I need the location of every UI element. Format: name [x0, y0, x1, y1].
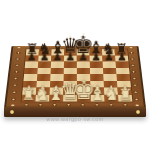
square-c4 — [50, 74, 63, 81]
square-a3 — [23, 81, 37, 88]
watermark-text: www.wargpo-sw.com — [0, 116, 150, 122]
square-g3 — [104, 81, 118, 88]
square-d1: ♛ — [63, 95, 77, 102]
chess-board: ♜♞♝♛♚♝♞♜♟♟♟♟♟♟♟♟♟♟♟♟♟♟♟♟♜♞♝♛♚♝♞♜ — [4, 46, 146, 108]
square-e3 — [77, 81, 91, 88]
square-f1: ♝ — [91, 95, 105, 102]
square-f2: ♟ — [90, 88, 104, 95]
square-b2: ♟ — [36, 88, 50, 95]
chess-set: ♜♞♝♛♚♝♞♜♟♟♟♟♟♟♟♟♟♟♟♟♟♟♟♟♜♞♝♛♚♝♞♜ — [4, 0, 146, 108]
piece-black-rook: ♜ — [115, 42, 128, 57]
frame-ornaments-left — [10, 50, 22, 102]
corner-rosette-icon — [129, 47, 134, 49]
piece-white-rook: ♜ — [21, 87, 35, 103]
square-b4 — [37, 74, 51, 81]
square-a2: ♟ — [22, 88, 36, 95]
square-b3 — [36, 81, 50, 88]
square-c2: ♟ — [50, 88, 64, 95]
square-h1: ♜ — [118, 95, 132, 102]
square-f4 — [90, 74, 104, 81]
square-g4 — [103, 74, 117, 81]
square-a4 — [24, 74, 38, 81]
square-f3 — [90, 81, 104, 88]
board-grid: ♜♞♝♛♚♝♞♜♟♟♟♟♟♟♟♟♟♟♟♟♟♟♟♟♜♞♝♛♚♝♞♜ — [21, 49, 134, 102]
piece-black-rook: ♜ — [26, 42, 39, 57]
square-d3 — [63, 81, 77, 88]
brass-clasp-left-icon — [10, 110, 14, 114]
square-c3 — [50, 81, 64, 88]
square-d2: ♟ — [63, 88, 77, 95]
square-e1: ♚ — [77, 95, 91, 102]
square-c1: ♝ — [49, 95, 63, 102]
square-g2: ♟ — [104, 88, 118, 95]
photo-background: ♜♞♝♛♚♝♞♜♟♟♟♟♟♟♟♟♟♟♟♟♟♟♟♟♜♞♝♛♚♝♞♜ www.war… — [0, 0, 150, 150]
brass-clasp-right-icon — [136, 110, 140, 114]
piece-black-knight: ♞ — [38, 41, 52, 56]
square-h2: ♟ — [117, 88, 131, 95]
square-d4 — [64, 74, 77, 81]
square-h3 — [117, 81, 131, 88]
piece-white-rook: ♜ — [118, 87, 132, 103]
corner-rosette-icon — [17, 47, 22, 49]
square-e4 — [77, 74, 90, 81]
square-b1: ♞ — [35, 95, 49, 102]
square-a1: ♜ — [22, 95, 36, 102]
square-g1: ♞ — [104, 95, 118, 102]
board-frame: ♜♞♝♛♚♝♞♜♟♟♟♟♟♟♟♟♟♟♟♟♟♟♟♟♜♞♝♛♚♝♞♜ — [4, 46, 146, 108]
square-e2: ♟ — [77, 88, 91, 95]
square-h4 — [116, 74, 130, 81]
